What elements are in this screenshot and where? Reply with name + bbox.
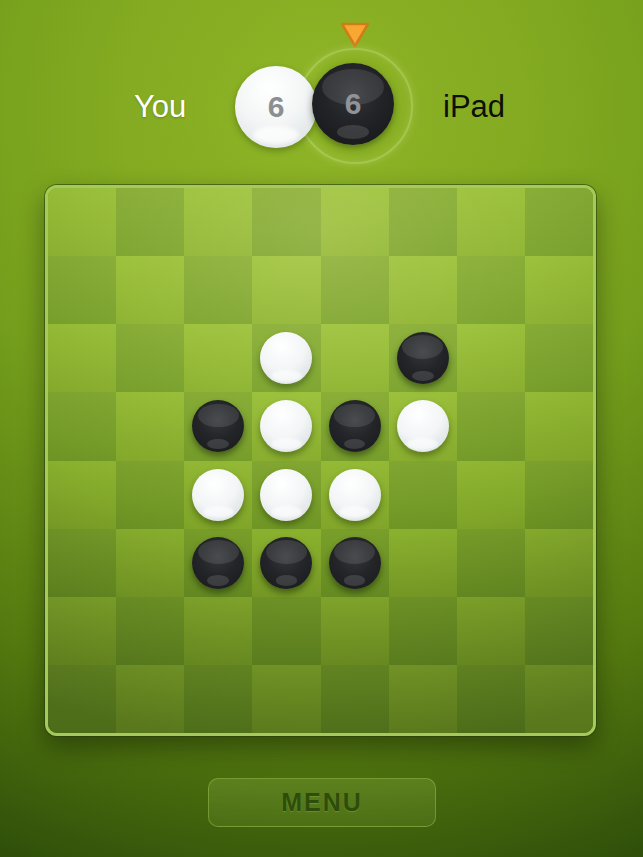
board-cell-d4[interactable] (252, 392, 320, 460)
board-cell-b6[interactable] (116, 529, 184, 597)
turn-indicator-icon (340, 22, 370, 48)
board-cell-e5[interactable] (321, 461, 389, 529)
board-cell-c5[interactable] (184, 461, 252, 529)
board-cell-g3[interactable] (457, 324, 525, 392)
board-cell-a3[interactable] (48, 324, 116, 392)
menu-button[interactable]: MENU (208, 778, 436, 827)
board-cell-c8[interactable] (184, 665, 252, 733)
board-cell-h8[interactable] (525, 665, 593, 733)
board-cell-h4[interactable] (525, 392, 593, 460)
board-cell-d6[interactable] (252, 529, 320, 597)
board-cell-d5[interactable] (252, 461, 320, 529)
reversi-board (45, 185, 596, 736)
player-ipad-label: iPad (443, 90, 505, 124)
board-cell-a8[interactable] (48, 665, 116, 733)
board-cell-a4[interactable] (48, 392, 116, 460)
board-cell-h1[interactable] (525, 188, 593, 256)
board-cell-c6[interactable] (184, 529, 252, 597)
board-cell-e6[interactable] (321, 529, 389, 597)
black-score-count: 6 (345, 87, 362, 121)
board-cell-c7[interactable] (184, 597, 252, 665)
black-score-disc: 6 (312, 63, 394, 145)
board-cell-c1[interactable] (184, 188, 252, 256)
board-cell-e3[interactable] (321, 324, 389, 392)
board-cell-f8[interactable] (389, 665, 457, 733)
board-cell-d8[interactable] (252, 665, 320, 733)
board-cell-b7[interactable] (116, 597, 184, 665)
board-cell-h3[interactable] (525, 324, 593, 392)
board-cell-c2[interactable] (184, 256, 252, 324)
board-cell-a6[interactable] (48, 529, 116, 597)
board-cell-b4[interactable] (116, 392, 184, 460)
board-cell-g6[interactable] (457, 529, 525, 597)
board-cell-g8[interactable] (457, 665, 525, 733)
board-cell-c3[interactable] (184, 324, 252, 392)
board-cell-f2[interactable] (389, 256, 457, 324)
board-cell-d2[interactable] (252, 256, 320, 324)
board-cell-g4[interactable] (457, 392, 525, 460)
board-cell-f6[interactable] (389, 529, 457, 597)
player-you-label: You (134, 90, 186, 124)
board-cell-b8[interactable] (116, 665, 184, 733)
board-cell-f7[interactable] (389, 597, 457, 665)
board-cell-a5[interactable] (48, 461, 116, 529)
board-cell-h2[interactable] (525, 256, 593, 324)
board-cell-e1[interactable] (321, 188, 389, 256)
board-cell-d7[interactable] (252, 597, 320, 665)
board-cell-b2[interactable] (116, 256, 184, 324)
board-cell-d3[interactable] (252, 324, 320, 392)
game-screen: You 6 6 iPad MENU (0, 0, 643, 857)
board-cell-g2[interactable] (457, 256, 525, 324)
board-cell-e7[interactable] (321, 597, 389, 665)
board-cell-h7[interactable] (525, 597, 593, 665)
board-cell-g5[interactable] (457, 461, 525, 529)
board-cell-f1[interactable] (389, 188, 457, 256)
board-cell-f4[interactable] (389, 392, 457, 460)
board-cell-e4[interactable] (321, 392, 389, 460)
board-cell-a1[interactable] (48, 188, 116, 256)
board-cell-d1[interactable] (252, 188, 320, 256)
board-cell-g7[interactable] (457, 597, 525, 665)
scoreboard: You 6 6 iPad (0, 0, 643, 175)
board-cell-c4[interactable] (184, 392, 252, 460)
board-cell-f3[interactable] (389, 324, 457, 392)
board-cell-a7[interactable] (48, 597, 116, 665)
board-cell-f5[interactable] (389, 461, 457, 529)
board-cell-e8[interactable] (321, 665, 389, 733)
board-cell-h6[interactable] (525, 529, 593, 597)
board-cell-b3[interactable] (116, 324, 184, 392)
board-cell-a2[interactable] (48, 256, 116, 324)
board-cell-b5[interactable] (116, 461, 184, 529)
board-squares-layer (48, 188, 593, 733)
board-cell-e2[interactable] (321, 256, 389, 324)
white-score-disc: 6 (235, 66, 317, 148)
board-cell-g1[interactable] (457, 188, 525, 256)
board-cell-h5[interactable] (525, 461, 593, 529)
board-cell-b1[interactable] (116, 188, 184, 256)
white-score-count: 6 (268, 90, 285, 124)
